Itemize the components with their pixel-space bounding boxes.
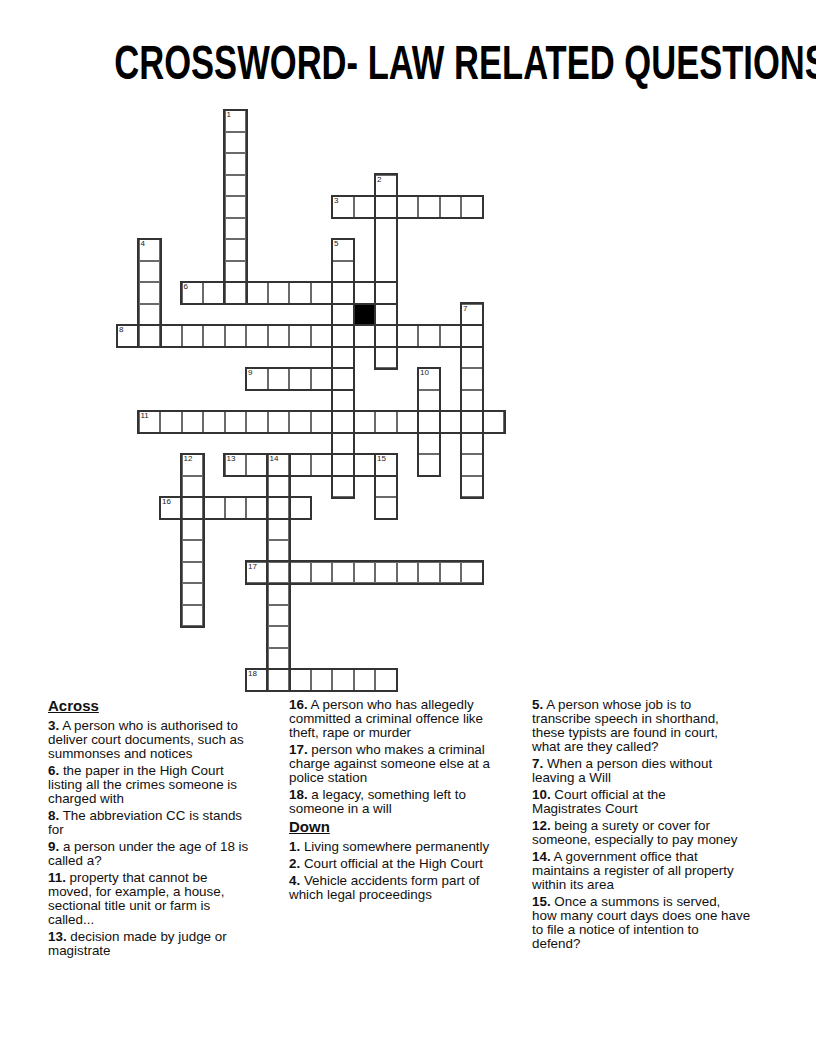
- grid-cell-r14c11[interactable]: [354, 411, 376, 433]
- grid-cell-r13c10[interactable]: [332, 390, 354, 412]
- grid-cell-r18c3[interactable]: [182, 497, 204, 519]
- grid-cell-r7c5[interactable]: [225, 261, 247, 283]
- grid-cell-r14c17[interactable]: [483, 411, 505, 433]
- grid-cell-r4c12[interactable]: [375, 196, 397, 218]
- grid-cell-r10c10[interactable]: [332, 325, 354, 347]
- grid-cell-r16c16[interactable]: [461, 454, 483, 476]
- cell-number-14: 14: [270, 455, 279, 463]
- clue-number: 6.: [48, 763, 59, 778]
- cell-number-4: 4: [141, 240, 145, 248]
- grid-cell-r14c16[interactable]: [461, 411, 483, 433]
- grid-cell-r21c16[interactable]: [461, 562, 483, 584]
- across-heading: Across: [48, 698, 285, 714]
- grid-cell-r14c3[interactable]: [182, 411, 204, 433]
- clue-across-16: 16. A person who has allegedly committed…: [289, 698, 527, 740]
- clue-number: 10.: [532, 787, 551, 802]
- grid-cell-r8c12[interactable]: [375, 282, 397, 304]
- clue-down-4: 4. Vehicle accidents form part of which …: [289, 874, 527, 902]
- cell-number-17: 17: [248, 563, 257, 571]
- clue-across-11: 11. property that cannot be moved, for e…: [48, 871, 285, 927]
- grid-cell-r15c16[interactable]: [461, 433, 483, 455]
- grid-cell-r22c7[interactable]: [268, 583, 290, 605]
- grid-cell-r12c16[interactable]: [461, 368, 483, 390]
- grid-cell-r8c6[interactable]: [246, 282, 268, 304]
- grid-cell-r11c10[interactable]: [332, 347, 354, 369]
- clue-number: 18.: [289, 787, 308, 802]
- grid-cell-r14c4[interactable]: [203, 411, 225, 433]
- grid-cell-r8c10[interactable]: [332, 282, 354, 304]
- grid-cell-r19c7[interactable]: [268, 519, 290, 541]
- grid-cell-r19c3[interactable]: [182, 519, 204, 541]
- grid-cell-r17c12[interactable]: [375, 476, 397, 498]
- clues-column-1: Across3. A person who is authorised to d…: [48, 698, 285, 961]
- clues-column-3: 5. A person whose job is to transcribe s…: [532, 698, 774, 954]
- cell-number-9: 9: [248, 369, 252, 377]
- grid-cell-r4c11[interactable]: [354, 196, 376, 218]
- grid-cell-r14c10[interactable]: [332, 411, 354, 433]
- grid-cell-r10c8[interactable]: [289, 325, 311, 347]
- clue-number: 13.: [48, 929, 67, 944]
- clue-down-2: 2. Court official at the High Court: [289, 857, 527, 871]
- clue-number: 3.: [48, 718, 59, 733]
- grid-cell-r8c11[interactable]: [354, 282, 376, 304]
- clue-number: 17.: [289, 742, 308, 757]
- crossword-grid: 123456789101112131415161718: [117, 110, 504, 691]
- cell-number-8: 8: [119, 326, 123, 334]
- grid-cell-r16c10[interactable]: [332, 454, 354, 476]
- grid-cell-r10c14[interactable]: [418, 325, 440, 347]
- clue-across-18: 18. a legacy, something left to someone …: [289, 788, 527, 816]
- grid-cell-r14c2[interactable]: [160, 411, 182, 433]
- clue-number: 4.: [289, 873, 300, 888]
- grid-cell-r10c15[interactable]: [440, 325, 462, 347]
- cell-number-16: 16: [162, 498, 171, 506]
- grid-cell-r10c16[interactable]: [461, 325, 483, 347]
- grid-cell-r18c12[interactable]: [375, 497, 397, 519]
- grid-cell-r2c5[interactable]: [225, 153, 247, 175]
- clue-across-13: 13. decision made by judge or magistrate: [48, 930, 285, 958]
- clue-down-12: 12. being a surety or cover for someone,…: [532, 819, 774, 847]
- grid-cell-r21c14[interactable]: [418, 562, 440, 584]
- clue-number: 12.: [532, 818, 551, 833]
- grid-cell-r12c9[interactable]: [311, 368, 333, 390]
- grid-cell-r10c11[interactable]: [354, 325, 376, 347]
- cell-number-1: 1: [227, 111, 231, 119]
- grid-cell-r8c9[interactable]: [311, 282, 333, 304]
- cell-number-3: 3: [334, 197, 338, 205]
- grid-cell-r21c9[interactable]: [311, 562, 333, 584]
- cell-number-15: 15: [377, 455, 386, 463]
- clue-number: 1.: [289, 839, 300, 854]
- grid-cell-r21c3[interactable]: [182, 562, 204, 584]
- crossword-worksheet-page: CROSSWORD- LAW RELATED QUESTIONS 1234567…: [0, 0, 816, 1056]
- clue-number: 14.: [532, 849, 551, 864]
- grid-cell-r16c8[interactable]: [289, 454, 311, 476]
- clue-number: 5.: [532, 697, 543, 712]
- grid-cell-r10c4[interactable]: [203, 325, 225, 347]
- grid-cell-r4c5[interactable]: [225, 196, 247, 218]
- grid-cell-r8c7[interactable]: [268, 282, 290, 304]
- grid-cell-r14c7[interactable]: [268, 411, 290, 433]
- grid-cell-r7c10[interactable]: [332, 261, 354, 283]
- grid-cell-r18c7[interactable]: [268, 497, 290, 519]
- grid-cell-r18c6[interactable]: [246, 497, 268, 519]
- grid-cell-r23c7[interactable]: [268, 605, 290, 627]
- grid-cell-r22c3[interactable]: [182, 583, 204, 605]
- grid-cell-r26c7[interactable]: [268, 669, 290, 691]
- grid-cell-r10c3[interactable]: [182, 325, 204, 347]
- grid-cell-r10c13[interactable]: [397, 325, 419, 347]
- grid-cell-r16c14[interactable]: [418, 454, 440, 476]
- grid-cell-r23c3[interactable]: [182, 605, 204, 627]
- grid-cell-r21c7[interactable]: [268, 562, 290, 584]
- grid-cell-r18c5[interactable]: [225, 497, 247, 519]
- grid-cell-r10c1[interactable]: [139, 325, 161, 347]
- grid-cell-r10c12[interactable]: [375, 325, 397, 347]
- grid-cell-r10c6[interactable]: [246, 325, 268, 347]
- clue-down-15: 15. Once a summons is served, how many c…: [532, 895, 774, 951]
- grid-cell-r21c12[interactable]: [375, 562, 397, 584]
- grid-cell-r14c13[interactable]: [397, 411, 419, 433]
- grid-cell-r10c7[interactable]: [268, 325, 290, 347]
- grid-cell-r16c9[interactable]: [311, 454, 333, 476]
- grid-cell-r12c8[interactable]: [289, 368, 311, 390]
- clue-down-14: 14. A government office that maintains a…: [532, 850, 774, 892]
- grid-cell-r14c14[interactable]: [418, 411, 440, 433]
- grid-cell-r14c6[interactable]: [246, 411, 268, 433]
- grid-cell-r26c10[interactable]: [332, 669, 354, 691]
- clue-across-9: 9. a person under the age of 18 is calle…: [48, 840, 285, 868]
- grid-cell-r6c5[interactable]: [225, 239, 247, 261]
- grid-cell-r20c3[interactable]: [182, 540, 204, 562]
- cell-number-5: 5: [334, 240, 338, 248]
- clue-down-1: 1. Living somewhere permanently: [289, 840, 527, 854]
- grid-cell-r13c14[interactable]: [418, 390, 440, 412]
- clue-across-6: 6. the paper in the High Court listing a…: [48, 764, 285, 806]
- clue-across-17: 17. person who makes a criminal charge a…: [289, 743, 527, 785]
- grid-cell-r17c16[interactable]: [461, 476, 483, 498]
- puzzle-title: CROSSWORD- LAW RELATED QUESTIONS: [114, 38, 702, 88]
- grid-cell-r10c5[interactable]: [225, 325, 247, 347]
- grid-cell-r15c14[interactable]: [418, 433, 440, 455]
- cell-number-7: 7: [463, 305, 467, 313]
- grid-cell-r21c8[interactable]: [289, 562, 311, 584]
- grid-cell-r8c8[interactable]: [289, 282, 311, 304]
- grid-cell-r26c9[interactable]: [311, 669, 333, 691]
- grid-cell-r21c13[interactable]: [397, 562, 419, 584]
- clue-number: 2.: [289, 856, 300, 871]
- grid-cell-r17c3[interactable]: [182, 476, 204, 498]
- grid-cell-r11c16[interactable]: [461, 347, 483, 369]
- grid-cell-r1c5[interactable]: [225, 132, 247, 154]
- grid-cell-r17c10[interactable]: [332, 476, 354, 498]
- grid-cell-r14c5[interactable]: [225, 411, 247, 433]
- clue-number: 7.: [532, 756, 543, 771]
- cell-number-11: 11: [141, 412, 149, 420]
- grid-cell-r8c5[interactable]: [225, 282, 247, 304]
- clue-down-10: 10. Court official at the Magistrates Co…: [532, 788, 774, 816]
- grid-cell-r21c11[interactable]: [354, 562, 376, 584]
- grid-cell-r9c12[interactable]: [375, 304, 397, 326]
- clue-across-8: 8. The abbreviation CC is stands for: [48, 809, 285, 837]
- grid-cell-r15c10[interactable]: [332, 433, 354, 455]
- cell-number-12: 12: [184, 455, 193, 463]
- clue-number: 9.: [48, 839, 59, 854]
- grid-cell-r16c11[interactable]: [354, 454, 376, 476]
- grid-cell-r4c16[interactable]: [461, 196, 483, 218]
- cell-number-10: 10: [420, 369, 429, 377]
- grid-cell-r3c5[interactable]: [225, 175, 247, 197]
- down-heading: Down: [289, 819, 527, 835]
- cell-number-2: 2: [377, 176, 381, 184]
- clue-down-7: 7. When a person dies without leaving a …: [532, 757, 774, 785]
- grid-cell-r13c16[interactable]: [461, 390, 483, 412]
- grid-cell-r24c7[interactable]: [268, 626, 290, 648]
- grid-cell-r25c7[interactable]: [268, 648, 290, 670]
- grid-cell-r14c8[interactable]: [289, 411, 311, 433]
- grid-cell-r9c10[interactable]: [332, 304, 354, 326]
- clue-number: 16.: [289, 697, 308, 712]
- grid-cell-r26c8[interactable]: [289, 669, 311, 691]
- cell-number-6: 6: [184, 283, 188, 291]
- grid-cell-r4c14[interactable]: [418, 196, 440, 218]
- grid-cell-r12c7[interactable]: [268, 368, 290, 390]
- grid-cell-r26c12[interactable]: [375, 669, 397, 691]
- grid-cell-r21c10[interactable]: [332, 562, 354, 584]
- cell-number-13: 13: [227, 455, 236, 463]
- grid-cell-r20c7[interactable]: [268, 540, 290, 562]
- grid-cell-r17c7[interactable]: [268, 476, 290, 498]
- grid-cell-r4c13[interactable]: [397, 196, 419, 218]
- grid-cell-r12c10[interactable]: [332, 368, 354, 390]
- grid-cell-r4c15[interactable]: [440, 196, 462, 218]
- grid-cell-r16c6[interactable]: [246, 454, 268, 476]
- grid-cell-r10c9[interactable]: [311, 325, 333, 347]
- grid-cell-r14c9[interactable]: [311, 411, 333, 433]
- clue-number: 11.: [48, 870, 66, 885]
- clue-number: 8.: [48, 808, 59, 823]
- grid-cell-r9c1[interactable]: [139, 304, 161, 326]
- grid-cell-r8c4[interactable]: [203, 282, 225, 304]
- grid-cell-r5c5[interactable]: [225, 218, 247, 240]
- grid-cell-r14c15[interactable]: [440, 411, 462, 433]
- grid-cell-r18c8[interactable]: [289, 497, 311, 519]
- black-cell: [354, 304, 376, 326]
- grid-cell-r10c2[interactable]: [160, 325, 182, 347]
- grid-cell-r21c15[interactable]: [440, 562, 462, 584]
- clue-down-5: 5. A person whose job is to transcribe s…: [532, 698, 774, 754]
- grid-cell-r7c1[interactable]: [139, 261, 161, 283]
- clue-number: 15.: [532, 894, 551, 909]
- grid-cell-r14c12[interactable]: [375, 411, 397, 433]
- clues-column-2: 16. A person who has allegedly committed…: [289, 698, 527, 905]
- grid-cell-r8c1[interactable]: [139, 282, 161, 304]
- grid-cell-r11c12[interactable]: [375, 347, 397, 369]
- clue-across-3: 3. A person who is authorised to deliver…: [48, 719, 285, 761]
- grid-cell-r26c11[interactable]: [354, 669, 376, 691]
- cell-number-18: 18: [248, 670, 257, 678]
- grid-cell-r18c4[interactable]: [203, 497, 225, 519]
